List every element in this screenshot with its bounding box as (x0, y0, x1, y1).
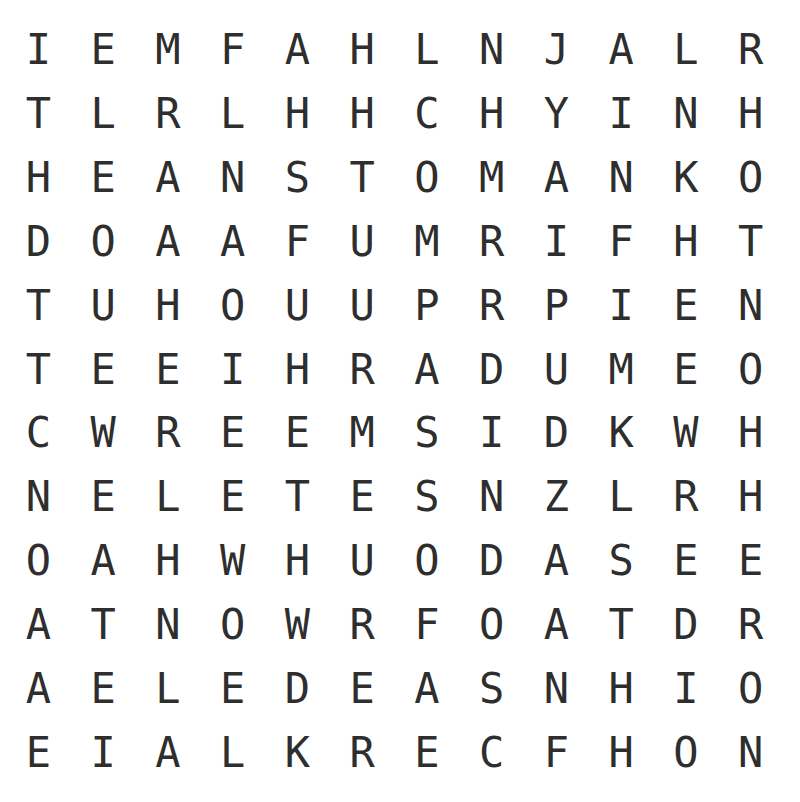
letter-cell-r11c2[interactable]: E (71, 657, 136, 721)
letter-cell-r11c3[interactable]: L (136, 657, 201, 721)
letter-cell-r5c11[interactable]: E (654, 274, 719, 338)
letter-cell-r8c7[interactable]: S (395, 465, 460, 529)
letter-cell-r11c1[interactable]: A (6, 657, 71, 721)
letter-cell-r12c5[interactable]: K (265, 721, 330, 785)
letter-cell-r8c1[interactable]: N (6, 465, 71, 529)
letter-cell-r7c8[interactable]: I (459, 402, 524, 466)
letter-cell-r7c1[interactable]: C (6, 402, 71, 466)
letter-cell-r10c3[interactable]: N (136, 593, 201, 657)
letter-cell-r10c11[interactable]: D (654, 593, 719, 657)
letter-cell-r6c4[interactable]: I (200, 338, 265, 402)
letter-cell-r1c2[interactable]: E (71, 18, 136, 82)
letter-cell-r2c9[interactable]: Y (524, 82, 589, 146)
letter-cell-r3c8[interactable]: M (459, 146, 524, 210)
letter-cell-r11c10[interactable]: H (589, 657, 654, 721)
letter-cell-r12c6[interactable]: R (330, 721, 395, 785)
word-search-page: IEMFAHLNJALRTLRLHHCHYINHHEANSTOMANKODOAA… (0, 0, 800, 802)
letter-cell-r8c3[interactable]: L (136, 465, 201, 529)
letter-cell-r10c1[interactable]: A (6, 593, 71, 657)
letter-cell-r3c5[interactable]: S (265, 146, 330, 210)
letter-cell-r4c7[interactable]: M (395, 210, 460, 274)
letter-cell-r8c5[interactable]: T (265, 465, 330, 529)
letter-cell-r6c9[interactable]: U (524, 338, 589, 402)
letter-cell-r2c8[interactable]: H (459, 82, 524, 146)
letter-cell-r7c10[interactable]: K (589, 402, 654, 466)
letter-cell-r12c4[interactable]: L (200, 721, 265, 785)
letter-cell-r11c9[interactable]: N (524, 657, 589, 721)
letter-cell-r5c6[interactable]: U (330, 274, 395, 338)
letter-cell-r9c11[interactable]: E (654, 529, 719, 593)
letter-cell-r9c7[interactable]: O (395, 529, 460, 593)
letter-cell-r4c2[interactable]: O (71, 210, 136, 274)
letter-cell-r12c12[interactable]: N (718, 721, 783, 785)
letter-cell-r10c2[interactable]: T (71, 593, 136, 657)
letter-cell-r9c4[interactable]: W (200, 529, 265, 593)
letter-cell-r10c8[interactable]: O (459, 593, 524, 657)
letter-cell-r6c10[interactable]: M (589, 338, 654, 402)
letter-cell-r12c7[interactable]: E (395, 721, 460, 785)
letter-cell-r8c4[interactable]: E (200, 465, 265, 529)
letter-cell-r4c4[interactable]: A (200, 210, 265, 274)
letter-cell-r9c12[interactable]: E (718, 529, 783, 593)
letter-cell-r5c1[interactable]: T (6, 274, 71, 338)
letter-cell-r8c10[interactable]: L (589, 465, 654, 529)
letter-cell-r9c5[interactable]: H (265, 529, 330, 593)
letter-cell-r2c1[interactable]: T (6, 82, 71, 146)
letter-cell-r5c8[interactable]: R (459, 274, 524, 338)
letter-cell-r10c5[interactable]: W (265, 593, 330, 657)
letter-cell-r4c3[interactable]: A (136, 210, 201, 274)
letter-cell-r5c12[interactable]: N (718, 274, 783, 338)
letter-cell-r3c10[interactable]: N (589, 146, 654, 210)
letter-cell-r7c3[interactable]: R (136, 402, 201, 466)
letter-cell-r5c10[interactable]: I (589, 274, 654, 338)
letter-cell-r12c8[interactable]: C (459, 721, 524, 785)
letter-cell-r11c4[interactable]: E (200, 657, 265, 721)
letter-cell-r8c12[interactable]: H (718, 465, 783, 529)
letter-cell-r7c9[interactable]: D (524, 402, 589, 466)
letter-cell-r4c12[interactable]: T (718, 210, 783, 274)
letter-cell-r9c6[interactable]: U (330, 529, 395, 593)
letter-cell-r9c8[interactable]: D (459, 529, 524, 593)
letter-cell-r2c10[interactable]: I (589, 82, 654, 146)
letter-cell-r1c12[interactable]: R (718, 18, 783, 82)
letter-cell-r10c4[interactable]: O (200, 593, 265, 657)
letter-cell-r2c2[interactable]: L (71, 82, 136, 146)
letter-cell-r4c8[interactable]: R (459, 210, 524, 274)
letter-cell-r12c9[interactable]: F (524, 721, 589, 785)
letter-cell-r5c5[interactable]: U (265, 274, 330, 338)
letter-cell-r10c10[interactable]: T (589, 593, 654, 657)
letter-cell-r7c7[interactable]: S (395, 402, 460, 466)
letter-cell-r2c7[interactable]: C (395, 82, 460, 146)
letter-cell-r3c4[interactable]: N (200, 146, 265, 210)
letter-cell-r12c2[interactable]: I (71, 721, 136, 785)
letter-cell-r1c5[interactable]: A (265, 18, 330, 82)
letter-cell-r2c11[interactable]: N (654, 82, 719, 146)
letter-cell-r4c1[interactable]: D (6, 210, 71, 274)
letter-cell-r8c8[interactable]: N (459, 465, 524, 529)
letter-cell-r11c11[interactable]: I (654, 657, 719, 721)
letter-cell-r5c2[interactable]: U (71, 274, 136, 338)
letter-cell-r8c9[interactable]: Z (524, 465, 589, 529)
letter-cell-r12c11[interactable]: O (654, 721, 719, 785)
letter-cell-r6c6[interactable]: R (330, 338, 395, 402)
letter-cell-r12c10[interactable]: H (589, 721, 654, 785)
letter-cell-r8c11[interactable]: R (654, 465, 719, 529)
letter-cell-r7c4[interactable]: E (200, 402, 265, 466)
word-search-grid: IEMFAHLNJALRTLRLHHCHYINHHEANSTOMANKODOAA… (6, 18, 783, 785)
letter-cell-r8c6[interactable]: E (330, 465, 395, 529)
letter-cell-r4c10[interactable]: F (589, 210, 654, 274)
letter-cell-r10c9[interactable]: A (524, 593, 589, 657)
letter-cell-r5c9[interactable]: P (524, 274, 589, 338)
letter-cell-r1c11[interactable]: L (654, 18, 719, 82)
letter-cell-r12c1[interactable]: E (6, 721, 71, 785)
letter-cell-r6c7[interactable]: A (395, 338, 460, 402)
letter-cell-r1c1[interactable]: I (6, 18, 71, 82)
letter-cell-r3c6[interactable]: T (330, 146, 395, 210)
letter-cell-r5c4[interactable]: O (200, 274, 265, 338)
letter-cell-r1c7[interactable]: L (395, 18, 460, 82)
letter-cell-r11c6[interactable]: E (330, 657, 395, 721)
letter-cell-r6c2[interactable]: E (71, 338, 136, 402)
letter-cell-r7c11[interactable]: W (654, 402, 719, 466)
letter-cell-r1c10[interactable]: A (589, 18, 654, 82)
letter-cell-r11c8[interactable]: S (459, 657, 524, 721)
letter-cell-r4c11[interactable]: H (654, 210, 719, 274)
letter-cell-r3c3[interactable]: A (136, 146, 201, 210)
letter-cell-r6c3[interactable]: E (136, 338, 201, 402)
letter-cell-r5c3[interactable]: H (136, 274, 201, 338)
letter-cell-r2c3[interactable]: R (136, 82, 201, 146)
letter-cell-r1c3[interactable]: M (136, 18, 201, 82)
letter-cell-r6c8[interactable]: D (459, 338, 524, 402)
letter-cell-r7c6[interactable]: M (330, 402, 395, 466)
letter-cell-r10c6[interactable]: R (330, 593, 395, 657)
letter-cell-r1c4[interactable]: F (200, 18, 265, 82)
letter-cell-r6c1[interactable]: T (6, 338, 71, 402)
letter-cell-r6c12[interactable]: O (718, 338, 783, 402)
letter-cell-r5c7[interactable]: P (395, 274, 460, 338)
letter-cell-r7c2[interactable]: W (71, 402, 136, 466)
letter-cell-r9c10[interactable]: S (589, 529, 654, 593)
letter-cell-r3c2[interactable]: E (71, 146, 136, 210)
letter-cell-r11c7[interactable]: A (395, 657, 460, 721)
letter-cell-r3c11[interactable]: K (654, 146, 719, 210)
letter-cell-r6c5[interactable]: H (265, 338, 330, 402)
letter-cell-r9c3[interactable]: H (136, 529, 201, 593)
letter-cell-r4c5[interactable]: F (265, 210, 330, 274)
letter-cell-r9c2[interactable]: A (71, 529, 136, 593)
letter-cell-r9c9[interactable]: A (524, 529, 589, 593)
letter-cell-r2c12[interactable]: H (718, 82, 783, 146)
letter-cell-r3c12[interactable]: O (718, 146, 783, 210)
letter-cell-r1c8[interactable]: N (459, 18, 524, 82)
letter-cell-r2c6[interactable]: H (330, 82, 395, 146)
letter-cell-r9c1[interactable]: O (6, 529, 71, 593)
letter-cell-r4c6[interactable]: U (330, 210, 395, 274)
letter-cell-r11c5[interactable]: D (265, 657, 330, 721)
letter-cell-r2c5[interactable]: H (265, 82, 330, 146)
letter-cell-r3c7[interactable]: O (395, 146, 460, 210)
letter-cell-r12c3[interactable]: A (136, 721, 201, 785)
letter-cell-r1c9[interactable]: J (524, 18, 589, 82)
letter-cell-r4c9[interactable]: I (524, 210, 589, 274)
letter-cell-r11c12[interactable]: O (718, 657, 783, 721)
letter-cell-r3c9[interactable]: A (524, 146, 589, 210)
letter-cell-r8c2[interactable]: E (71, 465, 136, 529)
letter-cell-r10c7[interactable]: F (395, 593, 460, 657)
letter-cell-r3c1[interactable]: H (6, 146, 71, 210)
letter-cell-r10c12[interactable]: R (718, 593, 783, 657)
letter-cell-r1c6[interactable]: H (330, 18, 395, 82)
letter-cell-r6c11[interactable]: E (654, 338, 719, 402)
letter-cell-r7c5[interactable]: E (265, 402, 330, 466)
letter-cell-r7c12[interactable]: H (718, 402, 783, 466)
letter-cell-r2c4[interactable]: L (200, 82, 265, 146)
